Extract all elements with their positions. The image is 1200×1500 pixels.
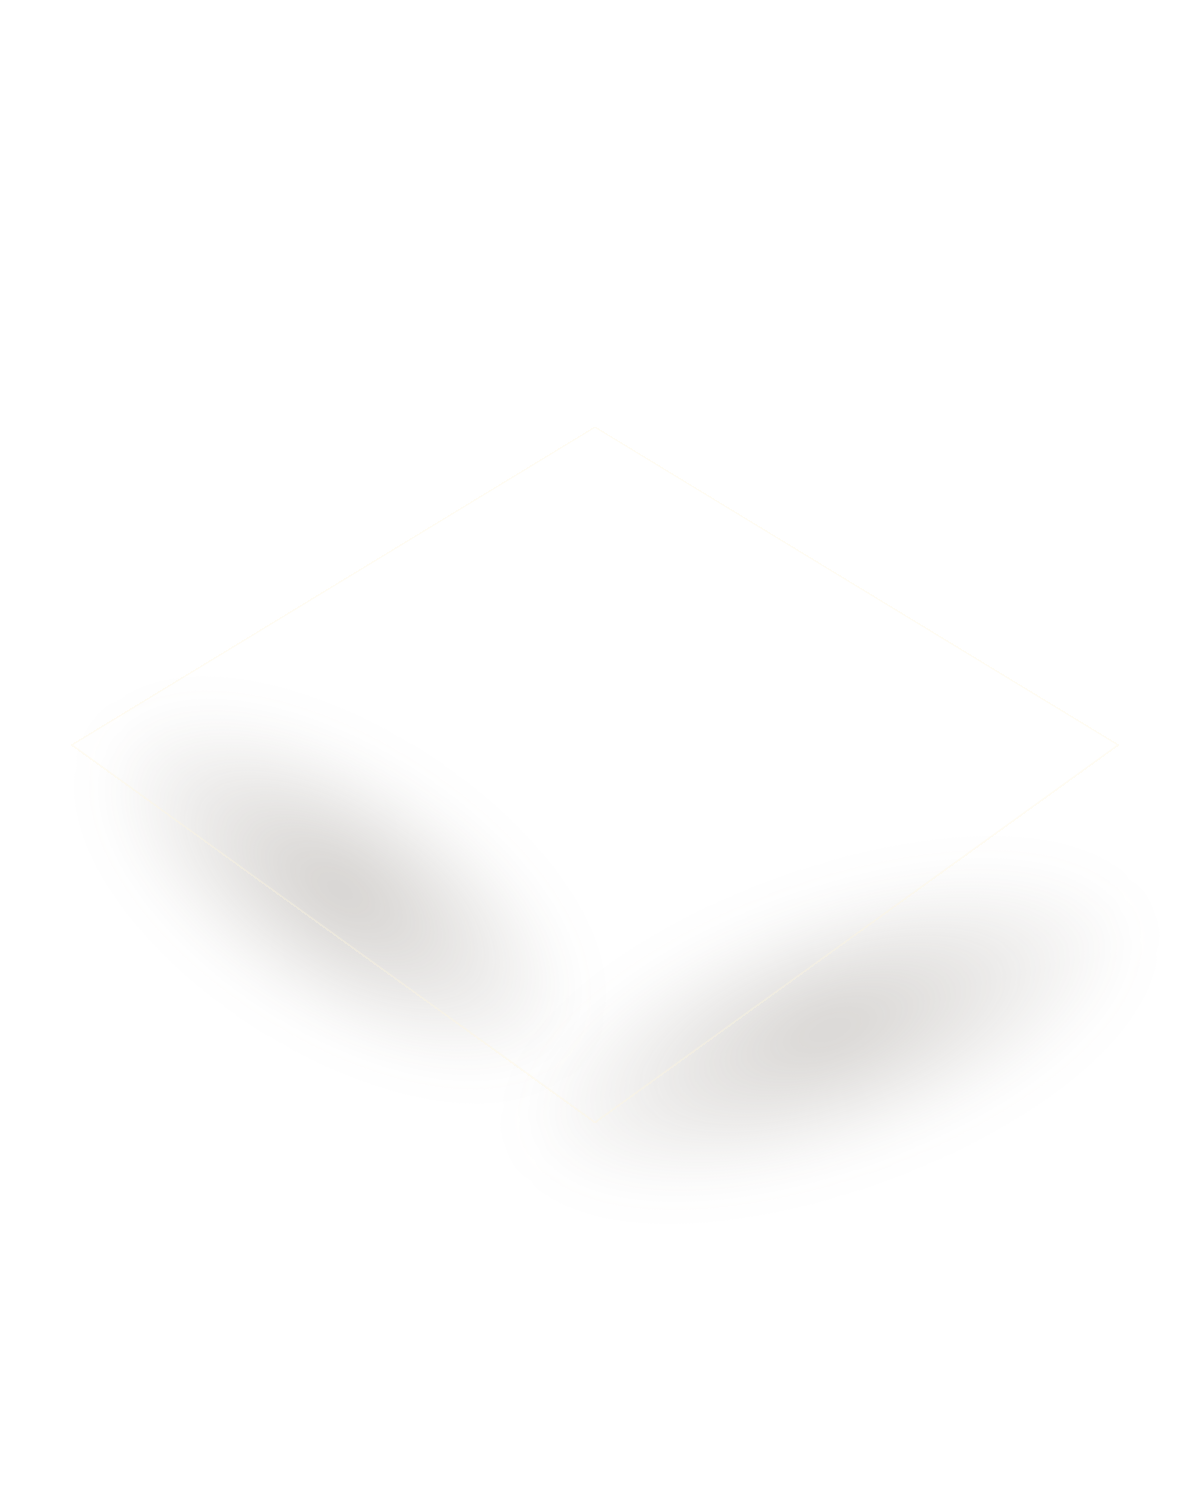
chess-board-3d: [70, 426, 1119, 1123]
product-photo-scene: [0, 0, 1200, 1500]
